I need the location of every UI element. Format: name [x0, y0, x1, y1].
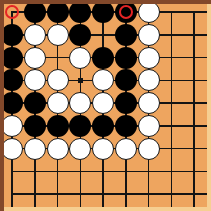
- black-stone[interactable]: [115, 69, 137, 91]
- black-stone[interactable]: [1, 47, 23, 69]
- white-stone[interactable]: [24, 138, 46, 160]
- black-stone[interactable]: [115, 24, 137, 46]
- white-stone[interactable]: [138, 69, 160, 91]
- empty-intersection[interactable]: [138, 160, 160, 182]
- white-stone[interactable]: [47, 24, 69, 46]
- empty-intersection[interactable]: [183, 69, 205, 91]
- white-stone[interactable]: [69, 47, 91, 69]
- go-board[interactable]: [0, 0, 211, 211]
- black-stone[interactable]: [1, 24, 23, 46]
- white-stone[interactable]: [138, 138, 160, 160]
- empty-intersection[interactable]: [115, 160, 137, 182]
- white-stone[interactable]: [138, 92, 160, 114]
- empty-intersection[interactable]: [183, 160, 205, 182]
- white-stone[interactable]: [47, 69, 69, 91]
- white-stone[interactable]: [24, 69, 46, 91]
- white-stone[interactable]: [69, 92, 91, 114]
- empty-intersection[interactable]: [160, 138, 182, 160]
- white-stone[interactable]: [69, 138, 91, 160]
- black-stone[interactable]: [115, 47, 137, 69]
- empty-intersection[interactable]: [160, 92, 182, 114]
- white-stone[interactable]: [92, 138, 114, 160]
- white-stone[interactable]: [24, 47, 46, 69]
- red-circle-mark: [5, 5, 19, 19]
- empty-intersection[interactable]: [183, 92, 205, 114]
- white-stone[interactable]: [138, 1, 160, 23]
- black-stone[interactable]: [92, 1, 114, 23]
- empty-intersection[interactable]: [69, 183, 91, 205]
- empty-intersection[interactable]: [69, 160, 91, 182]
- white-stone[interactable]: [138, 24, 160, 46]
- board-crop-edge-right: [207, 0, 211, 211]
- empty-intersection[interactable]: [183, 24, 205, 46]
- white-stone[interactable]: [92, 92, 114, 114]
- black-stone[interactable]: [92, 47, 114, 69]
- empty-intersection[interactable]: [160, 183, 182, 205]
- black-stone[interactable]: [69, 24, 91, 46]
- empty-intersection[interactable]: [115, 183, 137, 205]
- empty-intersection[interactable]: [24, 160, 46, 182]
- black-stone[interactable]: [115, 92, 137, 114]
- white-stone[interactable]: [92, 69, 114, 91]
- empty-intersection[interactable]: [183, 115, 205, 137]
- empty-intersection[interactable]: [92, 24, 114, 46]
- black-stone[interactable]: [47, 1, 69, 23]
- black-stone[interactable]: [24, 92, 46, 114]
- empty-intersection[interactable]: [47, 183, 69, 205]
- empty-intersection[interactable]: [47, 160, 69, 182]
- empty-intersection[interactable]: [160, 47, 182, 69]
- black-stone[interactable]: [92, 115, 114, 137]
- black-stone[interactable]: [115, 115, 137, 137]
- empty-intersection[interactable]: [160, 24, 182, 46]
- empty-intersection[interactable]: [160, 69, 182, 91]
- board-crop-edge-bottom: [0, 207, 211, 211]
- black-stone[interactable]: [69, 1, 91, 23]
- empty-intersection[interactable]: [160, 1, 182, 23]
- white-stone[interactable]: [24, 24, 46, 46]
- black-stone[interactable]: [1, 92, 23, 114]
- white-stone[interactable]: [1, 138, 23, 160]
- empty-intersection[interactable]: [47, 47, 69, 69]
- black-stone[interactable]: [24, 1, 46, 23]
- empty-intersection[interactable]: [160, 115, 182, 137]
- black-stone[interactable]: [69, 115, 91, 137]
- empty-intersection[interactable]: [183, 138, 205, 160]
- empty-intersection[interactable]: [24, 183, 46, 205]
- empty-intersection[interactable]: [183, 47, 205, 69]
- empty-intersection[interactable]: [1, 183, 23, 205]
- white-stone[interactable]: [1, 115, 23, 137]
- empty-intersection[interactable]: [160, 160, 182, 182]
- white-stone[interactable]: [47, 138, 69, 160]
- black-stone[interactable]: [24, 115, 46, 137]
- white-stone[interactable]: [115, 138, 137, 160]
- empty-intersection[interactable]: [1, 160, 23, 182]
- red-circle-mark: [119, 5, 133, 19]
- empty-intersection[interactable]: [69, 69, 91, 91]
- empty-intersection[interactable]: [183, 1, 205, 23]
- white-stone[interactable]: [138, 47, 160, 69]
- empty-intersection[interactable]: [92, 160, 114, 182]
- white-stone[interactable]: [138, 115, 160, 137]
- empty-intersection[interactable]: [183, 183, 205, 205]
- black-stone[interactable]: [1, 69, 23, 91]
- empty-intersection[interactable]: [92, 183, 114, 205]
- black-stone[interactable]: [47, 115, 69, 137]
- empty-intersection[interactable]: [138, 183, 160, 205]
- white-stone[interactable]: [47, 92, 69, 114]
- board-border-top: [0, 0, 211, 4]
- board-border-left: [0, 0, 4, 211]
